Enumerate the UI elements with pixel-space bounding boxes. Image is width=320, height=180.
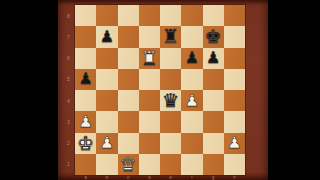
square-h4[interactable] — [224, 90, 245, 111]
white-king[interactable]: ♚ — [77, 133, 94, 152]
square-f6[interactable]: ♟ — [181, 48, 202, 69]
square-c1[interactable]: ♛ — [118, 154, 139, 175]
square-c3[interactable] — [118, 111, 139, 132]
square-a3[interactable]: ♟ — [75, 111, 96, 132]
square-c8[interactable] — [118, 5, 139, 26]
square-b3[interactable] — [96, 111, 117, 132]
rank-labels: 87654321 — [63, 5, 74, 175]
rank-label: 1 — [63, 154, 74, 175]
square-b4[interactable] — [96, 90, 117, 111]
rank-label: 4 — [63, 90, 74, 111]
square-e7[interactable]: ♜ — [160, 26, 181, 47]
square-g8[interactable] — [203, 5, 224, 26]
square-e2[interactable] — [160, 133, 181, 154]
square-f8[interactable] — [181, 5, 202, 26]
square-a8[interactable] — [75, 5, 96, 26]
square-g4[interactable] — [203, 90, 224, 111]
square-a6[interactable] — [75, 48, 96, 69]
square-c2[interactable] — [118, 133, 139, 154]
square-a1[interactable] — [75, 154, 96, 175]
square-g3[interactable] — [203, 111, 224, 132]
square-d1[interactable] — [139, 154, 160, 175]
square-f1[interactable] — [181, 154, 202, 175]
square-h6[interactable] — [224, 48, 245, 69]
square-d2[interactable] — [139, 133, 160, 154]
square-d6[interactable]: ♜ — [139, 48, 160, 69]
square-c5[interactable] — [118, 69, 139, 90]
square-b6[interactable] — [96, 48, 117, 69]
white-pawn[interactable]: ♟ — [227, 135, 241, 151]
rank-label: 5 — [63, 69, 74, 90]
white-queen[interactable]: ♛ — [120, 154, 137, 173]
square-d7[interactable] — [139, 26, 160, 47]
square-d8[interactable] — [139, 5, 160, 26]
square-b5[interactable] — [96, 69, 117, 90]
square-b8[interactable] — [96, 5, 117, 26]
square-h8[interactable] — [224, 5, 245, 26]
square-a2[interactable]: ♚ — [75, 133, 96, 154]
black-queen[interactable]: ♛ — [162, 91, 179, 110]
square-g7[interactable]: ♚ — [203, 26, 224, 47]
square-e3[interactable] — [160, 111, 181, 132]
square-e6[interactable] — [160, 48, 181, 69]
black-pawn[interactable]: ♟ — [100, 28, 114, 44]
square-e8[interactable] — [160, 5, 181, 26]
square-a5[interactable]: ♟ — [75, 69, 96, 90]
chessboard: ♟♜♚♜♟♟♟♛♟♟♚♟♟♛ — [75, 5, 245, 175]
square-h3[interactable] — [224, 111, 245, 132]
square-g1[interactable] — [203, 154, 224, 175]
square-g2[interactable] — [203, 133, 224, 154]
rank-label: 7 — [63, 26, 74, 47]
square-e4[interactable]: ♛ — [160, 90, 181, 111]
square-b2[interactable]: ♟ — [96, 133, 117, 154]
white-rook[interactable]: ♜ — [141, 48, 158, 67]
square-e1[interactable] — [160, 154, 181, 175]
square-h1[interactable] — [224, 154, 245, 175]
square-a4[interactable] — [75, 90, 96, 111]
black-pawn[interactable]: ♟ — [206, 50, 220, 66]
square-c7[interactable] — [118, 26, 139, 47]
chessboard-frame: 87654321 abcdefgh ♟♜♚♜♟♟♟♛♟♟♚♟♟♛ — [58, 0, 268, 180]
black-pawn[interactable]: ♟ — [78, 71, 92, 87]
rank-label: 3 — [63, 111, 74, 132]
square-b1[interactable] — [96, 154, 117, 175]
rank-label: 8 — [63, 5, 74, 26]
black-king[interactable]: ♚ — [205, 27, 222, 46]
square-h5[interactable] — [224, 69, 245, 90]
square-c4[interactable] — [118, 90, 139, 111]
square-g6[interactable]: ♟ — [203, 48, 224, 69]
square-d4[interactable] — [139, 90, 160, 111]
rank-label: 6 — [63, 48, 74, 69]
square-f5[interactable] — [181, 69, 202, 90]
rank-label: 2 — [63, 133, 74, 154]
square-d5[interactable] — [139, 69, 160, 90]
square-h7[interactable] — [224, 26, 245, 47]
black-pawn[interactable]: ♟ — [185, 50, 199, 66]
square-b7[interactable]: ♟ — [96, 26, 117, 47]
square-h2[interactable]: ♟ — [224, 133, 245, 154]
square-f4[interactable]: ♟ — [181, 90, 202, 111]
square-c6[interactable] — [118, 48, 139, 69]
white-pawn[interactable]: ♟ — [78, 113, 92, 129]
square-d3[interactable] — [139, 111, 160, 132]
square-f3[interactable] — [181, 111, 202, 132]
square-g5[interactable] — [203, 69, 224, 90]
square-f2[interactable] — [181, 133, 202, 154]
square-a7[interactable] — [75, 26, 96, 47]
square-f7[interactable] — [181, 26, 202, 47]
black-rook[interactable]: ♜ — [162, 27, 179, 46]
white-pawn[interactable]: ♟ — [185, 92, 199, 108]
square-e5[interactable] — [160, 69, 181, 90]
white-pawn[interactable]: ♟ — [100, 135, 114, 151]
